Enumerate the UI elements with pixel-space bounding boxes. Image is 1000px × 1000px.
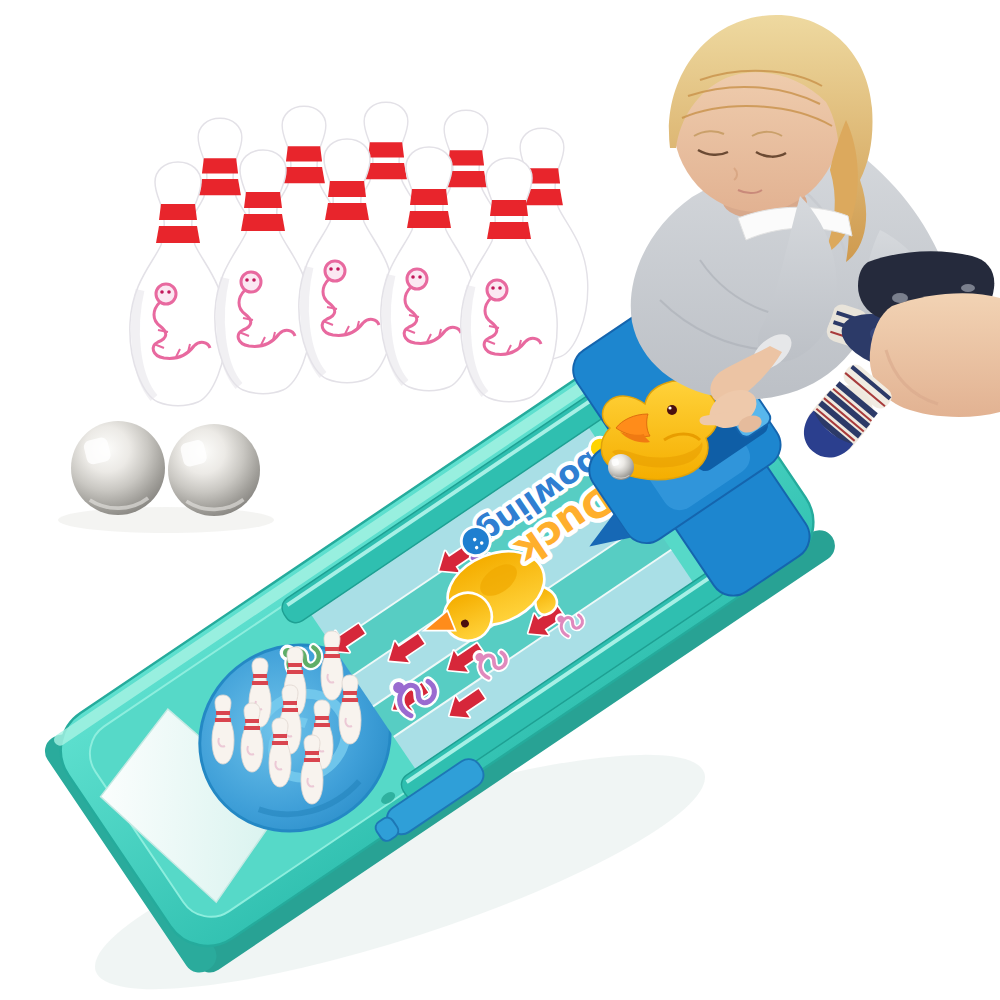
steel-ball (71, 421, 165, 515)
mini-bowling-pin (321, 631, 343, 700)
scene: Duck bowling (0, 0, 1000, 1000)
mini-bowling-pin (339, 675, 361, 744)
spare-pins-front-row (130, 139, 557, 406)
mini-bowling-pin (301, 735, 323, 804)
balls-shadow (58, 507, 274, 533)
steel-ball (168, 424, 260, 516)
mini-bowling-pin (212, 695, 234, 764)
duck-eye (667, 405, 677, 415)
loaded-steel-ball (608, 454, 634, 480)
mini-bowling-pin (241, 703, 263, 772)
loaded-steel-ball (608, 454, 634, 480)
product-photo: Duck bowling (0, 0, 1000, 1000)
mini-bowling-pin (269, 718, 291, 787)
steel-balls (71, 421, 260, 516)
